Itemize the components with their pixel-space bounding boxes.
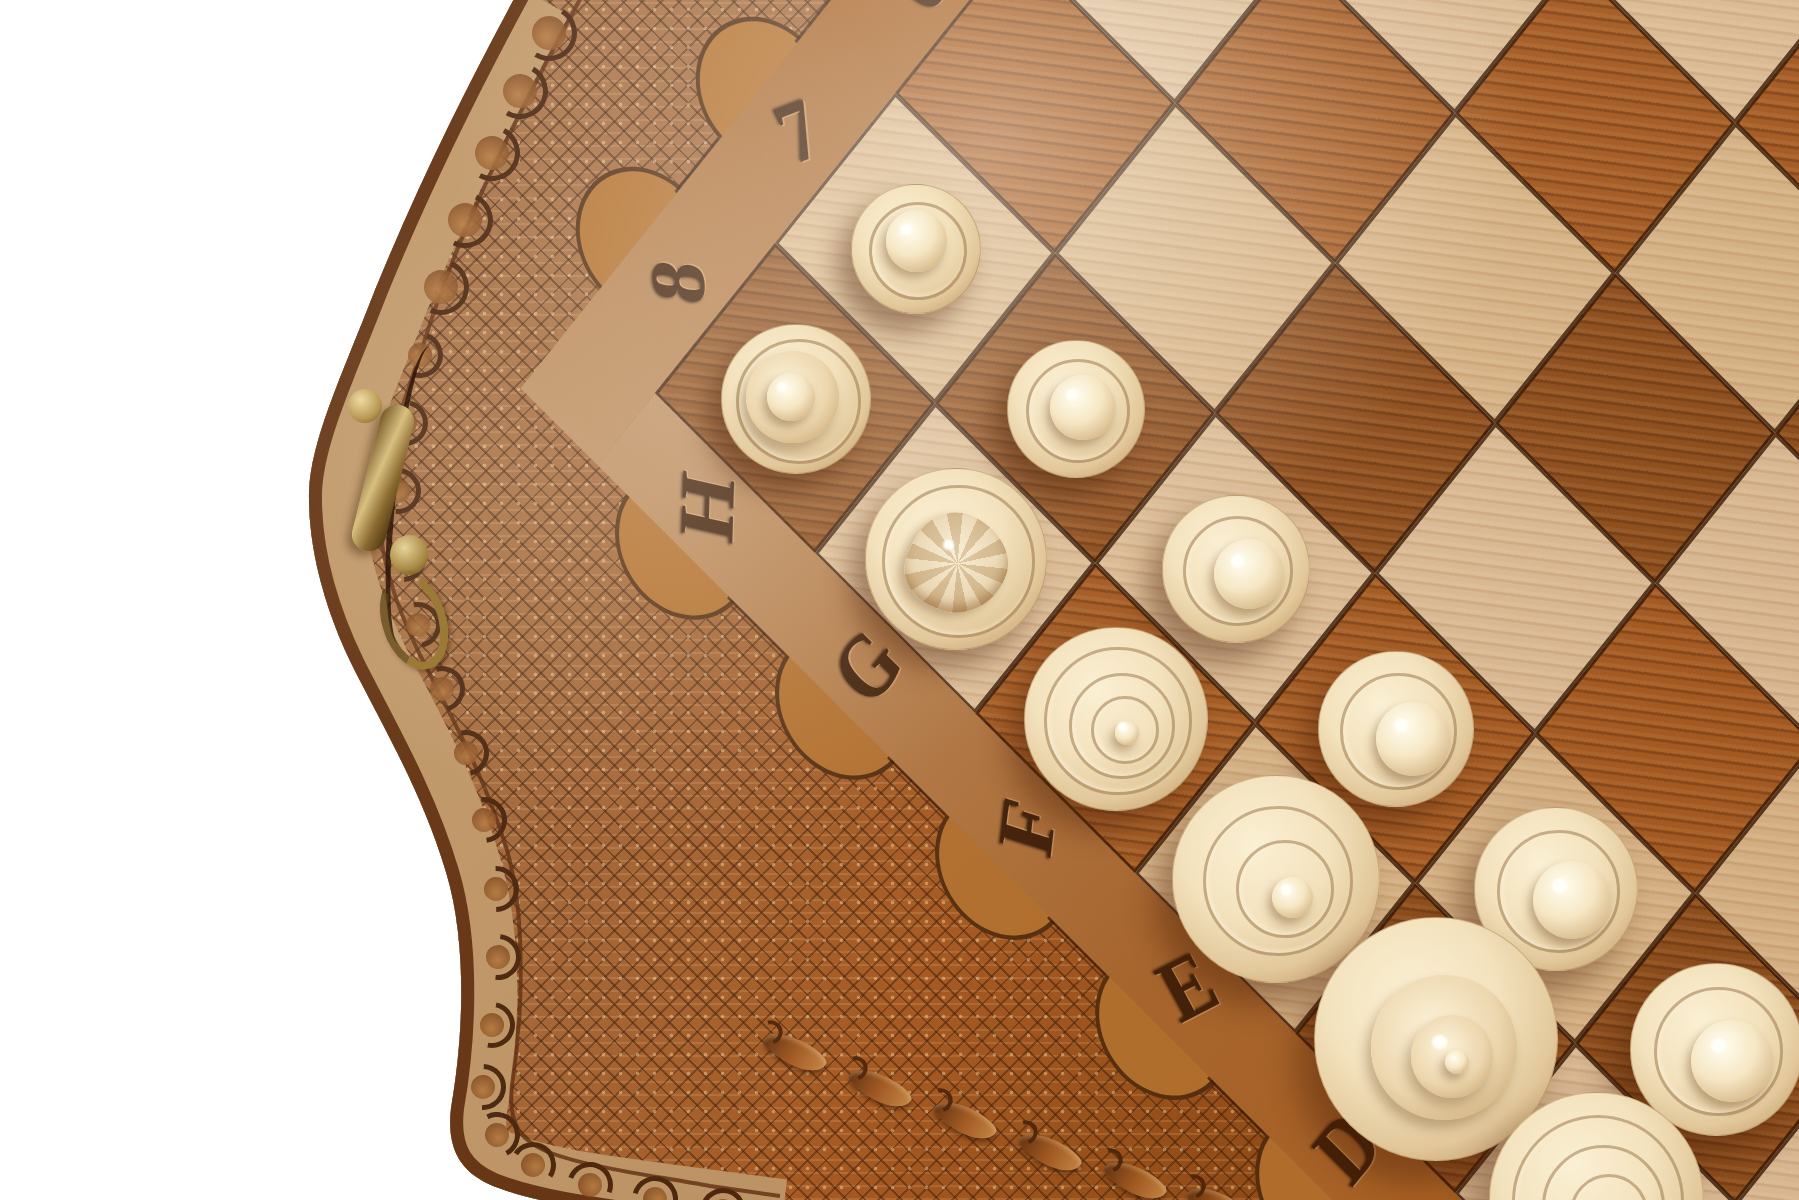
- piece-part-ball: [1272, 877, 1313, 918]
- pieces-layer: [0, 0, 1799, 1200]
- piece-part-spec: [1432, 1035, 1447, 1050]
- piece-part-ball: [886, 210, 948, 272]
- piece-part-ball: [1050, 375, 1116, 441]
- brass-clasp[interactable]: [338, 385, 498, 665]
- piece-part-spec: [1118, 722, 1127, 731]
- clasp-hook-icon: [368, 564, 460, 679]
- piece-part-spec: [1281, 884, 1291, 894]
- carved-chess-box: 876HGFED: [0, 0, 1799, 1200]
- piece-part-spec: [1394, 718, 1408, 732]
- photo-stage: 876HGFED: [0, 0, 1799, 1200]
- piece-part-spec: [1711, 1038, 1726, 1053]
- piece-part-ball: [1376, 702, 1450, 776]
- piece-part-spec: [1231, 554, 1244, 567]
- piece-part-spec: [1552, 878, 1567, 893]
- clasp-knob-icon: [390, 535, 428, 575]
- piece-part-ball: [1533, 861, 1611, 939]
- piece-part-ball: [1214, 539, 1284, 609]
- clasp-knob-icon: [348, 389, 382, 423]
- piece-part-ball: [767, 373, 815, 421]
- piece-part-ball: [1691, 1020, 1773, 1102]
